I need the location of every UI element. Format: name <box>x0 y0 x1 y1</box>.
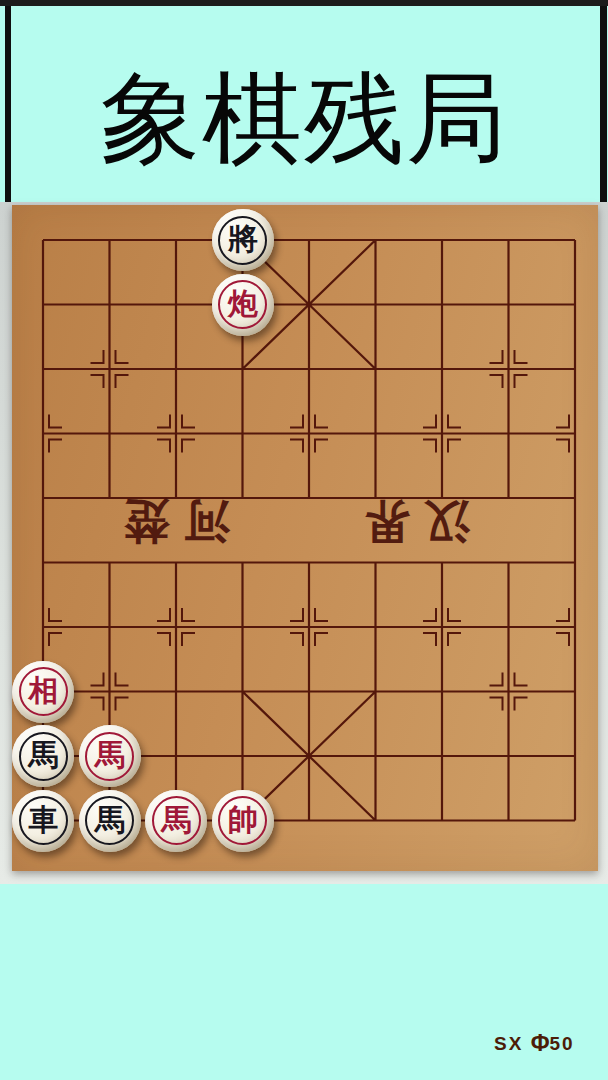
maker-label-prefix: SX <box>494 1033 531 1054</box>
piece-character: 馬 <box>95 805 125 835</box>
board-point-f3-r1: 炮 <box>210 273 277 338</box>
pieces-grid: 將炮相馬馬車馬馬帥 <box>10 208 608 853</box>
piece-ring: 相 <box>19 667 68 716</box>
board-point-f1-r8: 馬 <box>77 724 144 789</box>
piece-red-general[interactable]: 帥 <box>212 790 274 852</box>
piece-red-horse-1[interactable]: 馬 <box>79 725 141 787</box>
piece-black-horse-1[interactable]: 馬 <box>12 725 74 787</box>
board-point-f1-r9: 馬 <box>77 789 144 854</box>
board-point-f2-r9: 馬 <box>143 789 210 854</box>
piece-ring: 炮 <box>218 280 267 329</box>
xiangqi-board: 河楚 汉界 SX Φ50 將炮相馬馬車馬馬帥 <box>12 205 598 871</box>
board-point-f3-r9: 帥 <box>210 789 277 854</box>
piece-ring: 將 <box>218 216 267 265</box>
frame-top-edge <box>0 0 608 6</box>
board-point-f0-r7: 相 <box>10 660 77 725</box>
piece-character: 馬 <box>95 740 125 770</box>
piece-character: 馬 <box>161 805 191 835</box>
piece-ring: 馬 <box>152 796 201 845</box>
diameter-symbol: Φ <box>531 1030 550 1056</box>
maker-label: SX Φ50 <box>494 1030 604 1057</box>
piece-red-elephant[interactable]: 相 <box>12 661 74 723</box>
piece-black-horse-2[interactable]: 馬 <box>79 790 141 852</box>
piece-ring: 車 <box>19 796 68 845</box>
maker-label-size: 50 <box>550 1033 575 1054</box>
video-frame: 象棋残局 河楚 汉界 SX Φ50 將炮相馬馬車馬馬帥 <box>0 0 608 1080</box>
piece-character: 相 <box>28 676 58 706</box>
piece-black-general[interactable]: 將 <box>212 209 274 271</box>
piece-red-cannon[interactable]: 炮 <box>212 274 274 336</box>
board-point-f3-r0: 將 <box>210 208 277 273</box>
piece-character: 炮 <box>228 289 258 319</box>
board-point-f0-r8: 馬 <box>10 724 77 789</box>
piece-ring: 馬 <box>19 732 68 781</box>
piece-character: 車 <box>28 805 58 835</box>
piece-character: 將 <box>228 224 258 254</box>
piece-red-horse-2[interactable]: 馬 <box>145 790 207 852</box>
piece-character: 馬 <box>28 740 58 770</box>
piece-ring: 帥 <box>218 796 267 845</box>
piece-black-chariot[interactable]: 車 <box>12 790 74 852</box>
page-title: 象棋残局 <box>0 44 608 194</box>
piece-ring: 馬 <box>85 796 134 845</box>
board-point-f0-r9: 車 <box>10 789 77 854</box>
piece-character: 帥 <box>228 805 258 835</box>
piece-ring: 馬 <box>85 732 134 781</box>
